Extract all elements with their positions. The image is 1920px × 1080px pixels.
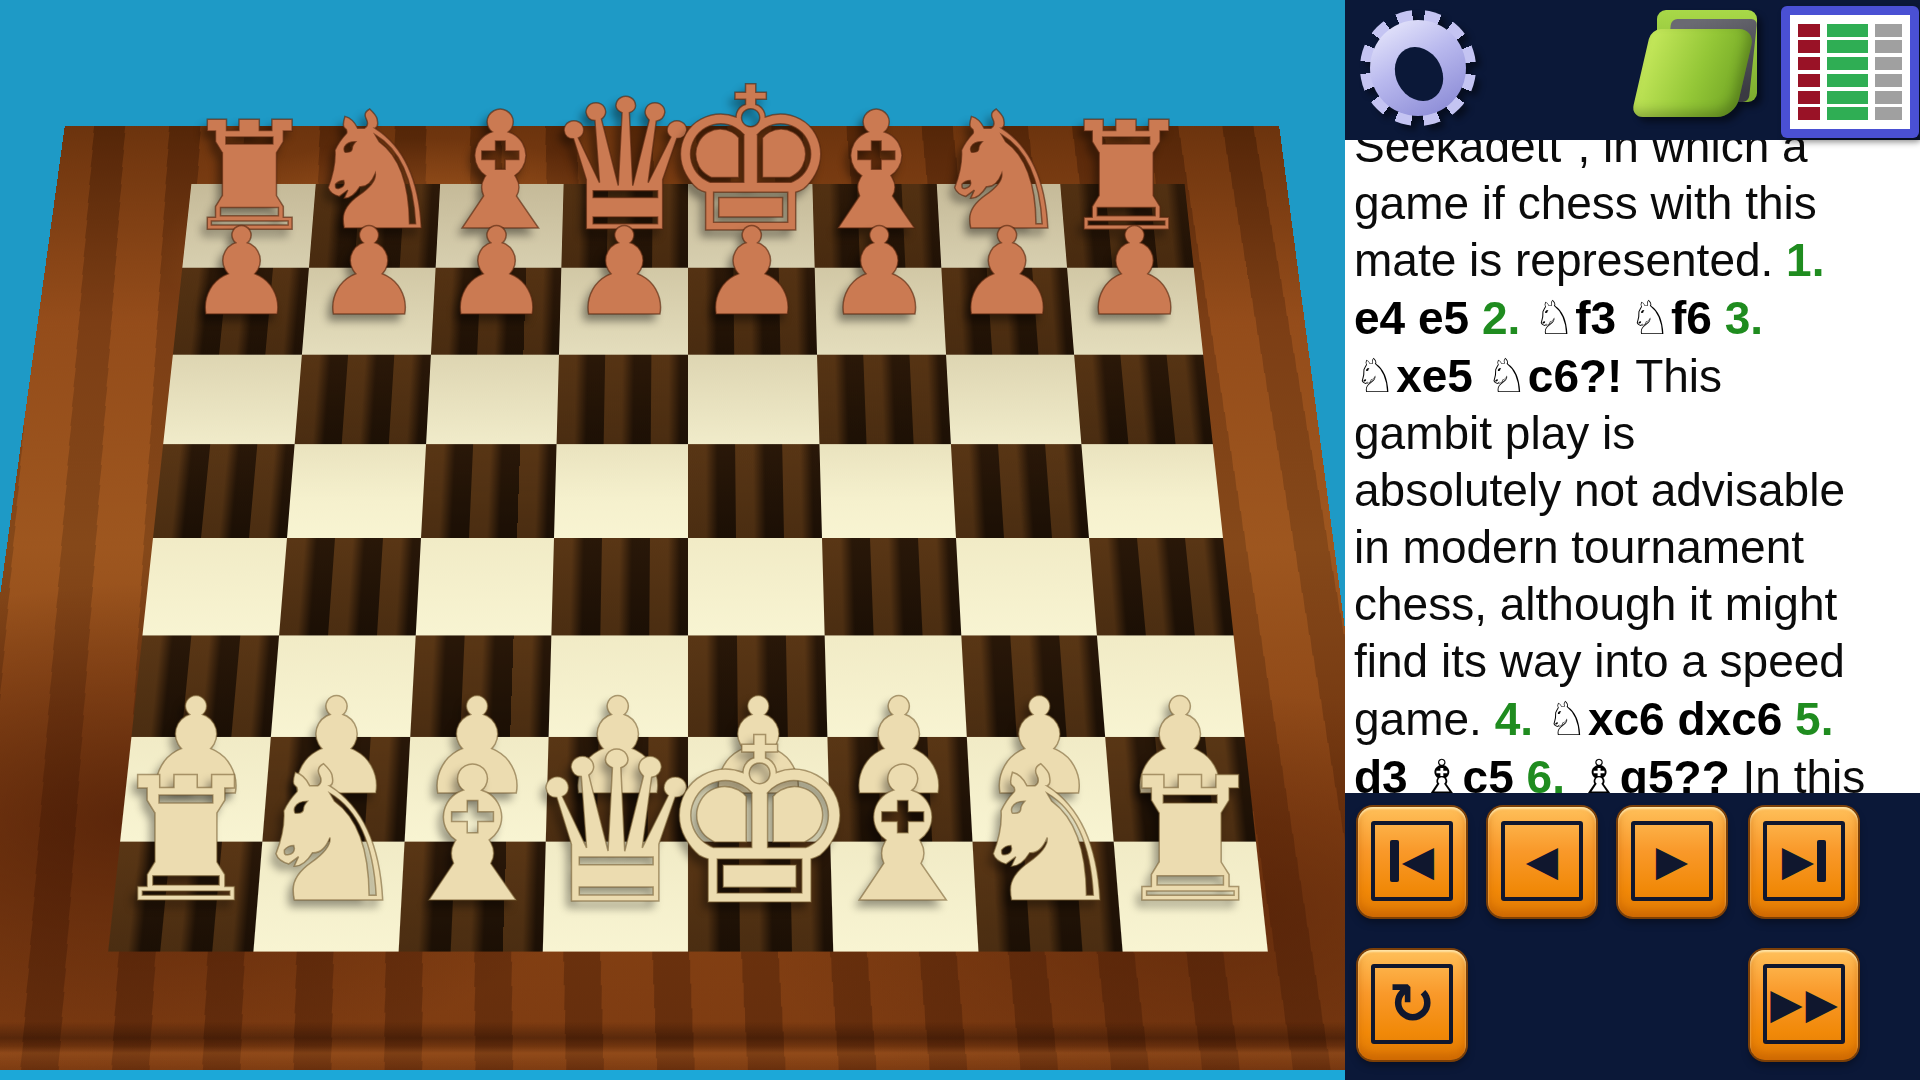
annotation-segment: game if chess with this (1354, 177, 1817, 229)
annotation-segment: In this (1743, 751, 1866, 798)
piece-white-knight-g1[interactable]: ♞ (963, 743, 1130, 929)
right-glyph: ▶ (1782, 840, 1814, 882)
square-c5[interactable] (421, 444, 557, 538)
piece-black-pawn-a7[interactable]: ♟ (187, 211, 296, 332)
square-a4[interactable] (142, 538, 286, 635)
square-b4[interactable] (279, 538, 421, 635)
fast-forward-icon: ▶▶ (1763, 964, 1845, 1044)
square-g6[interactable] (946, 354, 1082, 444)
side-panel: Seekadett", in which agame if chess with… (1345, 0, 1920, 1080)
piece-black-pawn-g7[interactable]: ♟ (953, 211, 1062, 332)
square-h6[interactable] (1074, 354, 1213, 444)
square-h5[interactable] (1082, 444, 1223, 538)
square-f4[interactable] (822, 538, 961, 635)
annotation-segment: 2. (1482, 292, 1533, 344)
annotation-segment: ♘ (1533, 290, 1575, 345)
piece-white-rook-h1[interactable]: ♜ (1113, 755, 1267, 927)
annotation-text[interactable]: Seekadett", in which agame if chess with… (1354, 118, 1914, 798)
piece-white-rook-a1[interactable]: ♜ (109, 755, 263, 927)
annotation-segment: game. (1354, 693, 1495, 745)
right-glyph: ▶ (1806, 983, 1838, 1025)
annotation-segment: 5. (1795, 693, 1833, 745)
piece-black-pawn-h7[interactable]: ♟ (1080, 211, 1189, 332)
step-back-icon: ◀ (1501, 821, 1583, 901)
square-b6[interactable] (294, 354, 430, 444)
annotation-segment: d3 (1354, 751, 1420, 798)
annotation-segment: g5?? (1620, 751, 1743, 798)
annotation-segment: xc6 dxc6 (1588, 693, 1795, 745)
square-e6[interactable] (688, 354, 819, 444)
piece-black-pawn-c7[interactable]: ♟ (442, 211, 551, 332)
right-glyph: ▶ (1656, 840, 1688, 882)
flip-board-icon: ↻ (1371, 964, 1453, 1044)
bottom-accent-strip (0, 1070, 1345, 1080)
step-forward-button[interactable]: ▶ (1618, 807, 1726, 917)
list-row (1798, 74, 1902, 87)
fast-forward-button[interactable]: ▶▶ (1750, 950, 1858, 1060)
annotation-segment: ♘ (1354, 348, 1396, 403)
square-c6[interactable] (426, 354, 560, 444)
annotation-segment: ♗ (1420, 749, 1462, 798)
annotation-segment: 1. (1786, 234, 1824, 286)
board-scene: ♜♞♝♛♚♝♞♜♟♟♟♟♟♟♟♟♟♟♟♟♟♟♟♟♜♞♝♛♚♝♞♜ (0, 0, 1345, 1080)
go-to-end-icon: ▶ (1763, 821, 1845, 901)
piece-black-pawn-b7[interactable]: ♟ (315, 211, 424, 332)
piece-black-pawn-d7[interactable]: ♟ (570, 211, 679, 332)
game-list-table (1790, 15, 1910, 129)
go-to-start-icon: ◀ (1371, 821, 1453, 901)
list-row (1798, 91, 1902, 104)
annotation-segment: ♗ (1578, 749, 1620, 798)
piece-white-bishop-f1[interactable]: ♝ (820, 743, 987, 929)
annotation-segment: 4. (1495, 693, 1546, 745)
piece-black-pawn-f7[interactable]: ♟ (825, 211, 934, 332)
square-f5[interactable] (819, 444, 955, 538)
annotation-segment: ♘ (1546, 691, 1588, 746)
list-row (1798, 40, 1902, 53)
cycle-glyph: ↻ (1389, 976, 1436, 1032)
square-d6[interactable] (557, 354, 688, 444)
right-glyph: ▶ (1770, 983, 1802, 1025)
piece-black-pawn-e7[interactable]: ♟ (697, 211, 806, 332)
toolbar (1345, 0, 1920, 140)
step-back-button[interactable]: ◀ (1488, 807, 1596, 917)
annotation-segment: c6?! (1528, 350, 1635, 402)
game-list-icon[interactable] (1781, 6, 1919, 138)
annotation-segment: ♘ (1486, 348, 1528, 403)
annotation-segment: 3. (1725, 292, 1763, 344)
list-row (1798, 57, 1902, 70)
left-glyph: ◀ (1526, 840, 1558, 882)
annotation-segment: find its way into a speed (1354, 635, 1845, 687)
annotation-segment: gambit play is (1354, 407, 1635, 459)
annotation-segment: ♘ (1629, 290, 1671, 345)
step-forward-icon: ▶ (1631, 821, 1713, 901)
bar-glyph (1817, 840, 1826, 882)
go-to-start-button[interactable]: ◀ (1358, 807, 1466, 917)
annotation-segment: e4 e5 (1354, 292, 1482, 344)
list-row (1798, 24, 1902, 37)
go-to-end-button[interactable]: ▶ (1750, 807, 1858, 917)
app-screen: ♜♞♝♛♚♝♞♜♟♟♟♟♟♟♟♟♟♟♟♟♟♟♟♟♜♞♝♛♚♝♞♜ Seekade… (0, 0, 1920, 1080)
folder-front (1631, 29, 1755, 117)
settings-gear-icon[interactable] (1359, 5, 1477, 129)
annotation-segment: c5 (1463, 751, 1527, 798)
open-folder-icon[interactable] (1641, 8, 1765, 118)
square-d4[interactable] (552, 538, 688, 635)
square-f6[interactable] (817, 354, 951, 444)
annotation-segment: This (1635, 350, 1722, 402)
annotation-segment: 6. (1527, 751, 1578, 798)
annotation-segment: xe5 (1396, 350, 1486, 402)
annotation-segment: mate is represented. (1354, 234, 1786, 286)
annotation-segment: chess, although it might (1354, 578, 1837, 630)
square-d5[interactable] (554, 444, 688, 538)
annotation-segment: in modern tournament (1354, 521, 1804, 573)
square-b5[interactable] (287, 444, 426, 538)
square-e5[interactable] (688, 444, 822, 538)
square-g4[interactable] (956, 538, 1098, 635)
move-navigation-panel: ◀◀▶▶↻▶▶ (1345, 793, 1920, 1080)
annotation-segment: absolutely not advisable (1354, 464, 1845, 516)
flip-board-button[interactable]: ↻ (1358, 950, 1466, 1060)
square-e4[interactable] (688, 538, 824, 635)
left-glyph: ◀ (1402, 840, 1434, 882)
bar-glyph (1390, 840, 1399, 882)
square-a6[interactable] (163, 354, 302, 444)
annotation-segment: f6 (1671, 292, 1725, 344)
square-a5[interactable] (153, 444, 294, 538)
annotation-segment: f3 (1575, 292, 1629, 344)
piece-white-knight-b1[interactable]: ♞ (246, 743, 413, 929)
square-h4[interactable] (1089, 538, 1233, 635)
square-g5[interactable] (950, 444, 1089, 538)
square-c4[interactable] (415, 538, 554, 635)
list-row (1798, 107, 1902, 120)
